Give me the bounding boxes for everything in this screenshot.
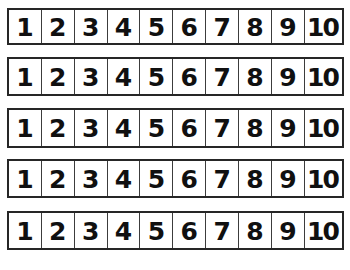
- number-cell: 1: [9, 110, 42, 146]
- number-cell: 2: [42, 213, 75, 248]
- number-cell: 8: [239, 110, 272, 146]
- number-cell: 6: [173, 161, 206, 196]
- number-cell: 9: [272, 10, 305, 43]
- number-cell: 3: [75, 110, 108, 146]
- number-cell: 10: [305, 213, 342, 248]
- number-cell: 2: [42, 59, 75, 94]
- number-cell: 8: [239, 161, 272, 196]
- number-cell: 1: [9, 213, 42, 248]
- number-cell: 1: [9, 10, 42, 43]
- number-cell: 4: [108, 10, 141, 43]
- number-cell: 1: [9, 161, 42, 196]
- number-cell: 10: [305, 161, 342, 196]
- number-strip: 12345678910: [7, 159, 344, 198]
- number-cell: 9: [272, 161, 305, 196]
- number-cell: 6: [173, 59, 206, 94]
- number-cell: 9: [272, 213, 305, 248]
- number-cell: 8: [239, 59, 272, 94]
- number-cell: 6: [173, 110, 206, 146]
- number-cell: 7: [206, 59, 239, 94]
- number-cell: 4: [108, 161, 141, 196]
- number-cell: 1: [9, 59, 42, 94]
- number-cell: 6: [173, 213, 206, 248]
- number-cell: 2: [42, 161, 75, 196]
- number-cell: 10: [305, 10, 342, 43]
- number-cell: 10: [305, 59, 342, 94]
- number-cell: 8: [239, 213, 272, 248]
- number-cell: 7: [206, 10, 239, 43]
- number-cell: 4: [108, 110, 141, 146]
- number-cell: 3: [75, 213, 108, 248]
- number-cell: 5: [140, 213, 173, 248]
- number-strip: 12345678910: [7, 57, 344, 96]
- number-cell: 5: [140, 10, 173, 43]
- worksheet-number-strips: 1234567891012345678910123456789101234567…: [0, 0, 350, 270]
- number-cell: 7: [206, 161, 239, 196]
- number-cell: 4: [108, 59, 141, 94]
- number-cell: 3: [75, 161, 108, 196]
- number-strip: 12345678910: [7, 108, 344, 148]
- number-cell: 4: [108, 213, 141, 248]
- number-cell: 5: [140, 59, 173, 94]
- number-cell: 5: [140, 161, 173, 196]
- number-cell: 10: [305, 110, 342, 146]
- number-cell: 7: [206, 110, 239, 146]
- number-cell: 5: [140, 110, 173, 146]
- number-strip: 12345678910: [7, 211, 344, 250]
- number-cell: 7: [206, 213, 239, 248]
- number-cell: 9: [272, 59, 305, 94]
- number-cell: 9: [272, 110, 305, 146]
- number-strip: 12345678910: [7, 8, 344, 45]
- number-cell: 3: [75, 10, 108, 43]
- number-cell: 2: [42, 10, 75, 43]
- number-cell: 3: [75, 59, 108, 94]
- number-cell: 8: [239, 10, 272, 43]
- number-cell: 2: [42, 110, 75, 146]
- number-cell: 6: [173, 10, 206, 43]
